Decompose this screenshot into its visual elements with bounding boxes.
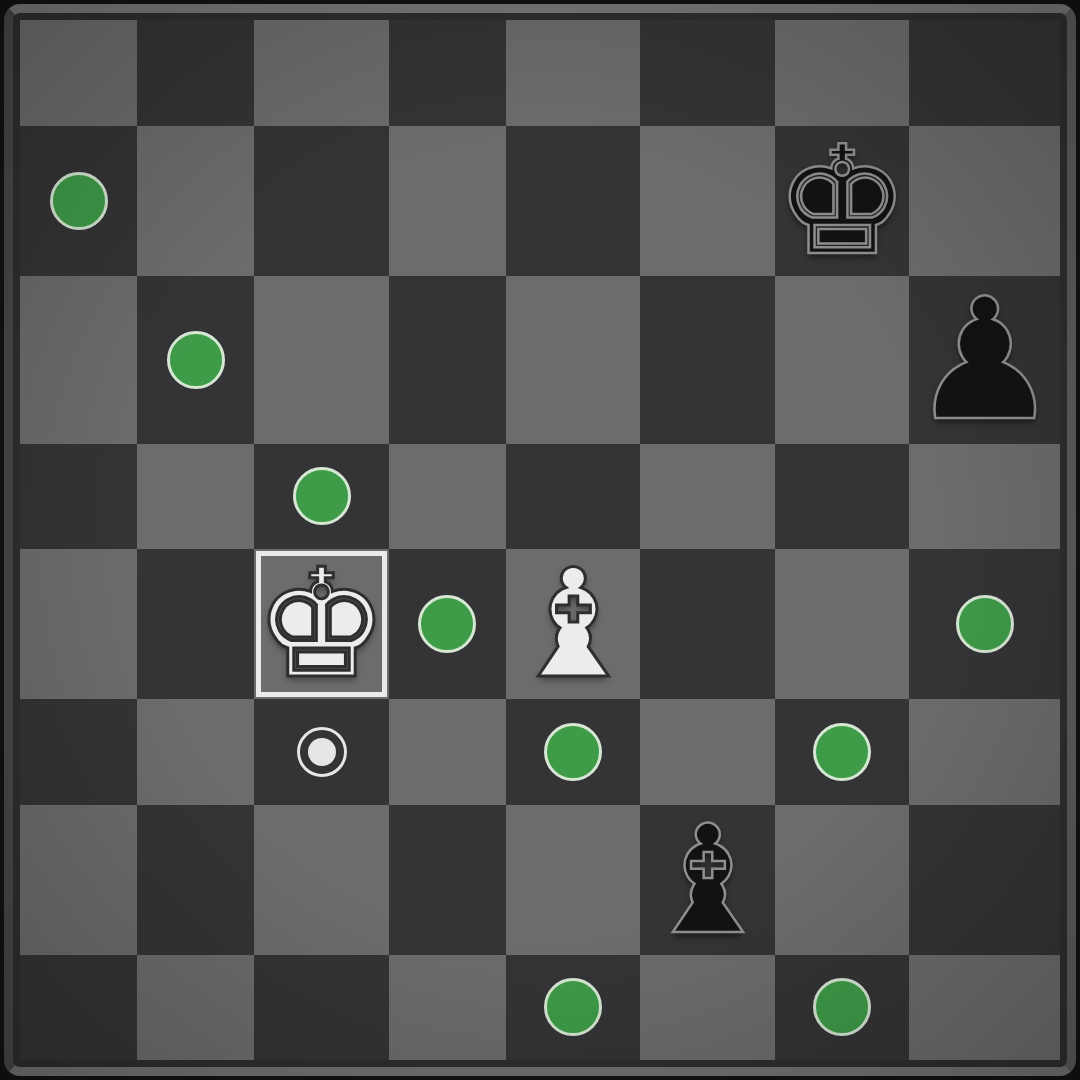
square-h7[interactable] [909,126,1060,276]
square-c7[interactable] [254,126,388,276]
square-c3[interactable] [254,699,388,805]
square-g7[interactable]: ♚ [775,126,909,276]
square-b3[interactable] [137,699,254,805]
square-a2[interactable] [20,805,137,955]
square-f4[interactable] [640,549,774,699]
square-f5[interactable] [640,444,774,550]
square-d2[interactable] [389,805,506,955]
square-f7[interactable] [640,126,774,276]
move-hint-dot[interactable] [50,172,108,230]
square-f6[interactable] [640,276,774,444]
black-bishop[interactable]: ♝ [640,805,774,955]
square-b5[interactable] [137,444,254,550]
square-h8[interactable] [909,20,1060,126]
square-e3[interactable] [506,699,640,805]
square-f3[interactable] [640,699,774,805]
square-h1[interactable] [909,955,1060,1061]
square-e7[interactable] [506,126,640,276]
square-d7[interactable] [389,126,506,276]
square-d3[interactable] [389,699,506,805]
white-bishop[interactable]: ♝ [506,549,640,699]
square-e1[interactable] [506,955,640,1061]
square-g5[interactable] [775,444,909,550]
square-g1[interactable] [775,955,909,1061]
move-hint-dot[interactable] [293,467,351,525]
square-g3[interactable] [775,699,909,805]
square-a4[interactable] [20,549,137,699]
square-h4[interactable] [909,549,1060,699]
square-c2[interactable] [254,805,388,955]
square-g2[interactable] [775,805,909,955]
square-a8[interactable] [20,20,137,126]
black-pawn[interactable]: ♟ [909,276,1060,444]
white-king[interactable]: ♚ [254,549,388,699]
square-h2[interactable] [909,805,1060,955]
move-hint-dot[interactable] [167,331,225,389]
square-g8[interactable] [775,20,909,126]
move-hint-dot[interactable] [544,723,602,781]
square-d5[interactable] [389,444,506,550]
square-f1[interactable] [640,955,774,1061]
square-b1[interactable] [137,955,254,1061]
square-c5[interactable] [254,444,388,550]
square-c4[interactable]: ♚ [254,549,388,699]
square-a1[interactable] [20,955,137,1061]
square-e2[interactable] [506,805,640,955]
target-bullseye-core [308,738,336,766]
square-a6[interactable] [20,276,137,444]
square-b4[interactable] [137,549,254,699]
square-e5[interactable] [506,444,640,550]
move-hint-dot[interactable] [813,978,871,1036]
target-bullseye-marker[interactable] [297,727,347,777]
chess-board: ♚♟♚♝♝ [20,20,1060,1060]
square-d8[interactable] [389,20,506,126]
move-hint-dot[interactable] [813,723,871,781]
square-c6[interactable] [254,276,388,444]
move-hint-dot[interactable] [418,595,476,653]
move-hint-dot[interactable] [956,595,1014,653]
square-f2[interactable]: ♝ [640,805,774,955]
square-e4[interactable]: ♝ [506,549,640,699]
square-c1[interactable] [254,955,388,1061]
square-h3[interactable] [909,699,1060,805]
move-hint-dot[interactable] [544,978,602,1036]
square-h6[interactable]: ♟ [909,276,1060,444]
square-g4[interactable] [775,549,909,699]
square-a7[interactable] [20,126,137,276]
square-d6[interactable] [389,276,506,444]
square-a3[interactable] [20,699,137,805]
square-b2[interactable] [137,805,254,955]
square-b6[interactable] [137,276,254,444]
black-king[interactable]: ♚ [775,126,909,276]
chess-app: ♚♟♚♝♝ [0,0,1080,1080]
square-e8[interactable] [506,20,640,126]
square-f8[interactable] [640,20,774,126]
square-h5[interactable] [909,444,1060,550]
square-a5[interactable] [20,444,137,550]
square-b8[interactable] [137,20,254,126]
square-c8[interactable] [254,20,388,126]
square-b7[interactable] [137,126,254,276]
square-d4[interactable] [389,549,506,699]
square-e6[interactable] [506,276,640,444]
square-d1[interactable] [389,955,506,1061]
square-g6[interactable] [775,276,909,444]
